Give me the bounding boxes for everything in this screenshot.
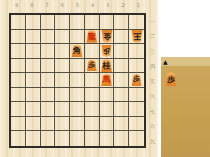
shogi-piece-龍[interactable]: 龍 [86,30,98,43]
rank-label: 一 [148,13,157,28]
shogi-piece-角[interactable]: 角 [71,44,83,57]
board-square-6-3[interactable] [55,44,70,59]
board-square-9-4[interactable] [11,59,26,74]
board-square-9-9[interactable] [11,131,26,146]
board-square-3-5[interactable]: 馬 [100,73,115,88]
file-label: 8 [24,1,39,10]
board-square-7-5[interactable] [41,73,56,88]
board-square-6-5[interactable] [55,73,70,88]
board-square-5-5[interactable] [70,73,85,88]
board-square-1-3[interactable] [129,44,144,59]
rank-label: 六 [148,88,157,103]
rank-labels: 一二三四五六七八九 [148,13,157,148]
board-square-5-9[interactable] [70,131,85,146]
board-square-6-9[interactable] [55,131,70,146]
board-square-6-2[interactable] [55,30,70,45]
board-square-9-7[interactable] [11,102,26,117]
board-square-7-6[interactable] [41,88,56,103]
komadai-header: ▲ [161,57,210,66]
rank-label: 二 [148,28,157,43]
board-square-6-7[interactable] [55,102,70,117]
board-square-3-4[interactable]: 桂 [100,59,115,74]
board-square-6-8[interactable] [55,117,70,132]
board-square-9-6[interactable] [11,88,26,103]
board-grid: 龍金王角歩歩桂馬歩 [9,13,146,148]
shogi-piece-歩[interactable]: 歩 [101,45,112,57]
board-square-2-1[interactable] [114,15,129,30]
board-square-1-1[interactable] [129,15,144,30]
board-square-5-2[interactable] [70,30,85,45]
board-square-7-1[interactable] [41,15,56,30]
board-square-7-2[interactable] [41,30,56,45]
board-square-5-3[interactable]: 角 [70,44,85,59]
board-square-7-3[interactable] [41,44,56,59]
board-square-2-2[interactable] [114,30,129,45]
board-square-5-8[interactable] [70,117,85,132]
board-square-8-2[interactable] [26,30,41,45]
board-square-9-3[interactable] [11,44,26,59]
board-square-8-1[interactable] [26,15,41,30]
board-square-7-8[interactable] [41,117,56,132]
board-square-3-8[interactable] [100,117,115,132]
shogi-piece-馬[interactable]: 馬 [101,73,113,86]
shogi-piece-歩[interactable]: 歩 [86,59,97,71]
rank-label: 五 [148,73,157,88]
board-square-2-8[interactable] [114,117,129,132]
board-square-4-9[interactable] [85,131,100,146]
board-square-5-1[interactable] [70,15,85,30]
board-square-3-2[interactable]: 金 [100,30,115,45]
board-square-1-9[interactable] [129,131,144,146]
komadai-sente: ▲ 歩 [161,57,210,157]
file-label: 5 [70,1,85,10]
board-square-4-2[interactable]: 龍 [85,30,100,45]
board-square-2-9[interactable] [114,131,129,146]
rank-label: 八 [148,118,157,133]
board-square-2-6[interactable] [114,88,129,103]
file-labels: 987654321 [9,1,146,10]
file-label: 6 [55,1,70,10]
shogi-board: 987654321 一二三四五六七八九 龍金王角歩歩桂馬歩 [0,0,158,157]
rank-label: 三 [148,43,157,58]
rank-label: 四 [148,58,157,73]
board-square-1-6[interactable] [129,88,144,103]
board-square-8-7[interactable] [26,102,41,117]
board-square-1-5[interactable]: 歩 [129,73,144,88]
shogi-piece-桂[interactable]: 桂 [101,59,113,72]
board-square-8-9[interactable] [26,131,41,146]
sente-marker-icon: ▲ [161,57,168,66]
file-label: 3 [100,1,115,10]
rank-label: 九 [148,133,157,148]
board-square-6-4[interactable] [55,59,70,74]
board-square-7-7[interactable] [41,102,56,117]
file-label: 7 [39,1,54,10]
hand-piece-歩[interactable]: 歩 [165,72,177,86]
board-square-4-6[interactable] [85,88,100,103]
board-square-7-9[interactable] [41,131,56,146]
file-label: 2 [116,1,131,10]
board-square-1-8[interactable] [129,117,144,132]
board-square-8-5[interactable] [26,73,41,88]
board-square-4-1[interactable] [85,15,100,30]
board-square-1-7[interactable] [129,102,144,117]
board-square-3-7[interactable] [100,102,115,117]
board-square-5-4[interactable] [70,59,85,74]
board-square-8-8[interactable] [26,117,41,132]
board-square-9-8[interactable] [11,117,26,132]
rank-label: 七 [148,103,157,118]
board-square-9-1[interactable] [11,15,26,30]
shogi-piece-金[interactable]: 金 [101,30,113,43]
board-square-9-5[interactable] [11,73,26,88]
board-square-5-6[interactable] [70,88,85,103]
board-square-9-2[interactable] [11,30,26,45]
board-square-4-7[interactable] [85,102,100,117]
board-square-4-3[interactable] [85,44,100,59]
file-label: 9 [9,1,24,10]
board-square-2-4[interactable] [114,59,129,74]
board-square-4-4[interactable]: 歩 [85,59,100,74]
board-square-3-1[interactable] [100,15,115,30]
board-square-4-5[interactable] [85,73,100,88]
shogi-piece-王[interactable]: 王 [131,30,143,43]
board-square-8-3[interactable] [26,44,41,59]
shogi-piece-歩[interactable]: 歩 [131,74,142,86]
board-square-8-6[interactable] [26,88,41,103]
board-square-6-6[interactable] [55,88,70,103]
file-label: 4 [85,1,100,10]
file-label: 1 [131,1,146,10]
board-square-2-7[interactable] [114,102,129,117]
board-square-2-3[interactable] [114,44,129,59]
board-square-3-6[interactable] [100,88,115,103]
board-square-1-2[interactable]: 王 [129,30,144,45]
board-square-4-8[interactable] [85,117,100,132]
board-square-3-3[interactable]: 歩 [100,44,115,59]
board-square-8-4[interactable] [26,59,41,74]
hand-area: 歩 [161,66,210,157]
board-square-1-4[interactable] [129,59,144,74]
board-square-3-9[interactable] [100,131,115,146]
board-square-5-7[interactable] [70,102,85,117]
board-square-6-1[interactable] [55,15,70,30]
board-square-2-5[interactable] [114,73,129,88]
board-square-7-4[interactable] [41,59,56,74]
